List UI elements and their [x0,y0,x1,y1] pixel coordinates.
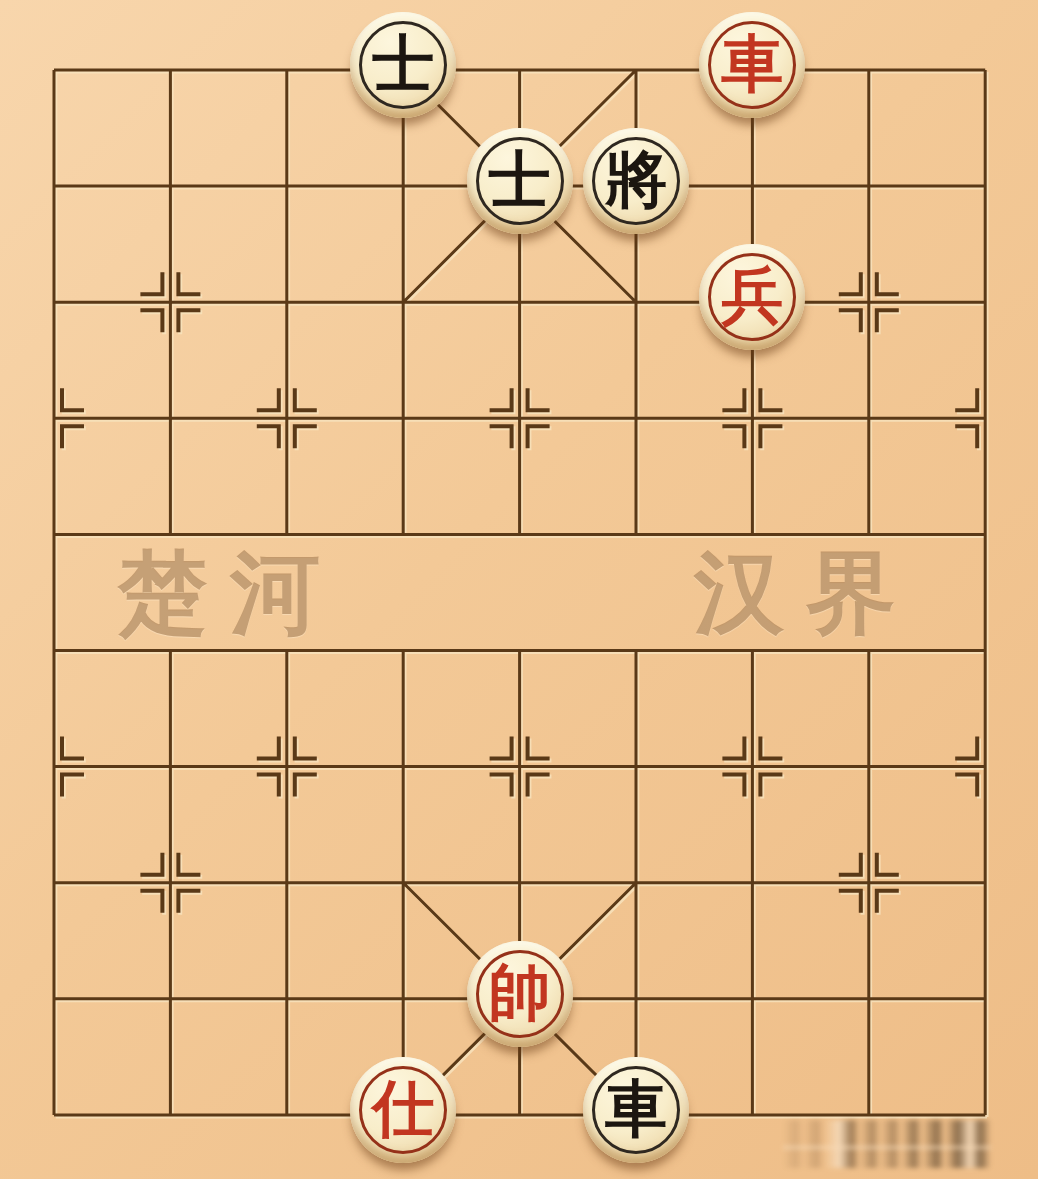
piece-glyph: 士 [372,33,434,95]
piece-glyph: 將 [605,149,667,211]
xiangqi-board: 楚河 汉界 士車士將兵帥仕車 [0,0,1038,1179]
piece-black-chariot[interactable]: 車 [583,1057,689,1163]
watermark-smudge [783,1120,991,1168]
piece-glyph: 車 [605,1078,667,1140]
piece-black-advisor[interactable]: 士 [350,12,456,118]
piece-red-soldier[interactable]: 兵 [699,244,805,350]
piece-black-advisor[interactable]: 士 [467,128,573,234]
piece-glyph: 士 [489,149,551,211]
piece-black-general[interactable]: 將 [583,128,689,234]
piece-red-advisor[interactable]: 仕 [350,1057,456,1163]
piece-red-general[interactable]: 帥 [467,941,573,1047]
piece-glyph: 帥 [489,962,551,1024]
piece-glyph: 仕 [372,1078,434,1140]
piece-glyph: 兵 [721,265,783,327]
piece-glyph: 車 [721,33,783,95]
pieces-layer: 士車士將兵帥仕車 [0,12,1038,1173]
piece-red-chariot[interactable]: 車 [699,12,805,118]
